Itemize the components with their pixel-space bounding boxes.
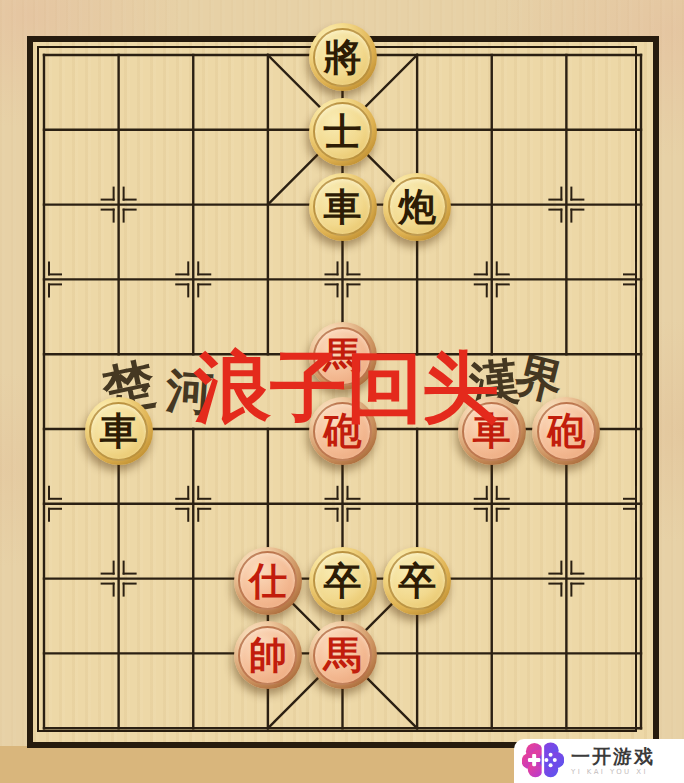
piece-character: 士 — [324, 113, 362, 151]
watermark-text: 浪子回头 — [194, 349, 498, 426]
piece-face: 砲 — [537, 402, 596, 461]
piece-face: 馬 — [313, 626, 372, 685]
piece-character: 仕 — [249, 562, 287, 600]
piece-face: 士 — [313, 102, 372, 161]
piece-character: 車 — [100, 412, 138, 450]
logo-text-block: 一开游戏 YI KAI YOU XI — [571, 746, 655, 777]
piece-red-cannon[interactable]: 砲 — [532, 397, 600, 465]
piece-black-advisor[interactable]: 士 — [309, 98, 377, 166]
piece-black-chariot[interactable]: 車 — [85, 397, 153, 465]
piece-black-soldier[interactable]: 卒 — [309, 547, 377, 615]
brain-gamepad-icon — [522, 742, 564, 780]
logo-title: 一开游戏 — [571, 746, 655, 767]
piece-character: 卒 — [324, 562, 362, 600]
piece-face: 卒 — [388, 551, 447, 610]
piece-red-advisor[interactable]: 仕 — [234, 547, 302, 615]
piece-character: 帥 — [249, 636, 287, 674]
piece-character: 將 — [324, 38, 362, 76]
xiangqi-app: 楚 河 漢 界 將士車炮車卒卒馬砲車砲仕帥馬 浪子回头 — [0, 0, 684, 783]
logo-subtitle: YI KAI YOU XI — [571, 768, 655, 776]
piece-character: 炮 — [398, 188, 436, 226]
piece-face: 將 — [313, 28, 372, 87]
piece-character: 車 — [324, 188, 362, 226]
piece-black-soldier[interactable]: 卒 — [383, 547, 451, 615]
piece-face: 炮 — [388, 177, 447, 236]
piece-character: 馬 — [324, 636, 362, 674]
piece-black-general[interactable]: 將 — [309, 23, 377, 91]
piece-face: 車 — [89, 402, 148, 461]
piece-character: 卒 — [398, 562, 436, 600]
piece-face: 仕 — [238, 551, 297, 610]
game-logo[interactable]: 一开游戏 YI KAI YOU XI — [514, 739, 684, 783]
piece-red-general[interactable]: 帥 — [234, 621, 302, 689]
piece-face: 帥 — [238, 626, 297, 685]
piece-black-chariot[interactable]: 車 — [309, 173, 377, 241]
piece-face: 車 — [313, 177, 372, 236]
piece-face: 卒 — [313, 551, 372, 610]
piece-black-cannon[interactable]: 炮 — [383, 173, 451, 241]
piece-character: 砲 — [547, 412, 585, 450]
piece-red-horse[interactable]: 馬 — [309, 621, 377, 689]
